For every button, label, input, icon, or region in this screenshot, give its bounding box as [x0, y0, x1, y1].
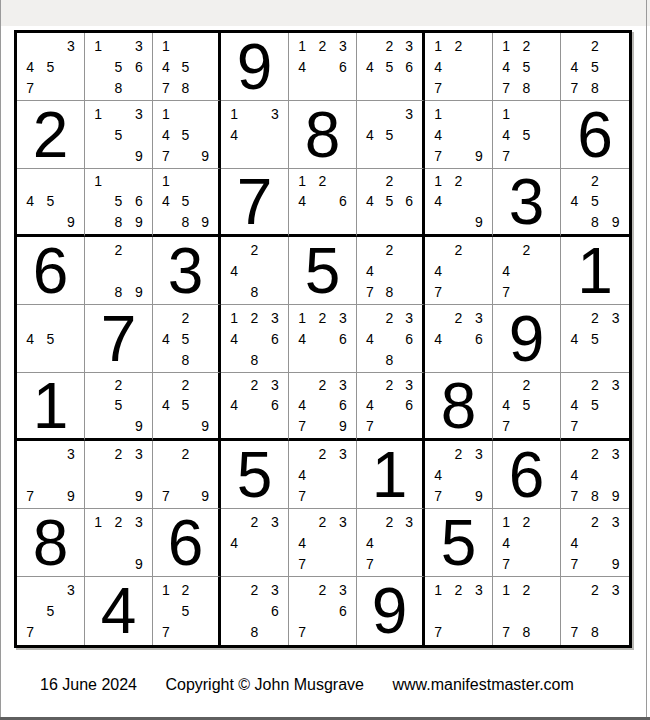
- cell-r6c9: 23457: [561, 373, 629, 441]
- cell-r6c2: 259: [85, 373, 153, 441]
- cell-r6c5: 234679: [289, 373, 357, 441]
- pencil-marks: 23479: [425, 441, 492, 508]
- cell-r5c1: 45: [17, 305, 85, 373]
- pencil-marks: 259: [85, 373, 152, 438]
- cell-r6c7: 8: [425, 373, 493, 441]
- cell-r1c7: 1247: [425, 33, 493, 101]
- pencil-marks: 2346: [425, 305, 492, 372]
- cell-r4c4: 248: [221, 237, 289, 305]
- pencil-marks: 2457: [493, 373, 560, 438]
- pencil-marks: 134: [221, 101, 288, 168]
- cell-r1c1: 3457: [17, 33, 85, 101]
- cell-r5c9: 2345: [561, 305, 629, 373]
- page-top-margin: [0, 0, 650, 26]
- cell-r5c4: 123468: [221, 305, 289, 373]
- cell-r8c7: 5: [425, 509, 493, 577]
- cell-r4c6: 2478: [357, 237, 425, 305]
- pencil-marks: 2347: [357, 509, 422, 576]
- cell-r2c2: 1359: [85, 101, 153, 169]
- solved-digit: 3: [493, 169, 560, 234]
- pencil-marks: 2345: [561, 305, 629, 372]
- pencil-marks: 379: [17, 441, 84, 508]
- solved-digit: 5: [289, 237, 356, 304]
- cell-r1c2: 13568: [85, 33, 153, 101]
- cell-r9c8: 1278: [493, 577, 561, 645]
- cell-r6c8: 2457: [493, 373, 561, 441]
- pencil-marks: 123468: [221, 305, 288, 372]
- pencil-marks: 23456: [357, 33, 422, 100]
- pencil-marks: 2478: [357, 237, 422, 304]
- solved-digit: 3: [153, 237, 218, 304]
- cell-r7c6: 1: [357, 441, 425, 509]
- cell-r4c5: 5: [289, 237, 357, 305]
- solved-digit: 5: [425, 509, 492, 576]
- cell-r3c5: 1246: [289, 169, 357, 237]
- pencil-marks: 13568: [85, 33, 152, 100]
- cell-r2c3: 14579: [153, 101, 221, 169]
- pencil-marks: 248: [221, 237, 288, 304]
- pencil-marks: 247: [425, 237, 492, 304]
- cell-r7c8: 6: [493, 441, 561, 509]
- pencil-marks: 345: [357, 101, 422, 168]
- pencil-marks: 2347: [289, 509, 356, 576]
- cell-r1c6: 23456: [357, 33, 425, 101]
- solved-digit: 5: [221, 441, 288, 508]
- cell-r8c8: 1247: [493, 509, 561, 577]
- pencil-marks: 124578: [493, 33, 560, 100]
- footer-date: 16 June 2024: [40, 676, 137, 693]
- sudoku-board: 3457135681457891234623456124712457824578…: [14, 30, 632, 648]
- page-left-edge: [0, 0, 1, 720]
- pencil-marks: 2456: [357, 169, 422, 234]
- cell-r6c3: 2459: [153, 373, 221, 441]
- pencil-marks: 1246: [289, 169, 356, 234]
- pencil-marks: 357: [17, 577, 84, 645]
- solved-digit: 9: [493, 305, 560, 372]
- pencil-marks: 2367: [289, 577, 356, 645]
- cell-r9c9: 2378: [561, 577, 629, 645]
- cell-r2c4: 134: [221, 101, 289, 169]
- pencil-marks: 2458: [153, 305, 218, 372]
- pencil-marks: 234679: [289, 373, 356, 438]
- cell-r9c3: 1257: [153, 577, 221, 645]
- cell-r8c3: 6: [153, 509, 221, 577]
- footer-copyright: Copyright © John Musgrave: [165, 676, 364, 693]
- cell-r4c2: 289: [85, 237, 153, 305]
- pencil-marks: 1247: [493, 509, 560, 576]
- cell-r8c4: 234: [221, 509, 289, 577]
- solved-digit: 6: [493, 441, 560, 508]
- pencil-marks: 1278: [493, 577, 560, 645]
- cell-r9c5: 2367: [289, 577, 357, 645]
- cell-r9c6: 9: [357, 577, 425, 645]
- cell-r5c7: 2346: [425, 305, 493, 373]
- cell-r4c7: 247: [425, 237, 493, 305]
- pencil-marks: 289: [85, 237, 152, 304]
- cell-r7c2: 239: [85, 441, 153, 509]
- cell-r2c7: 1479: [425, 101, 493, 169]
- pencil-marks: 14589: [153, 169, 218, 234]
- solved-digit: 1: [561, 237, 629, 304]
- pencil-marks: 239: [85, 441, 152, 508]
- cell-r8c6: 2347: [357, 509, 425, 577]
- cell-r3c8: 3: [493, 169, 561, 237]
- pencil-marks: 279: [153, 441, 218, 508]
- pencil-marks: 14579: [153, 101, 218, 168]
- pencil-marks: 2459: [153, 373, 218, 438]
- cell-r7c7: 23479: [425, 441, 493, 509]
- cell-r2c6: 345: [357, 101, 425, 169]
- solved-digit: 2: [17, 101, 84, 168]
- cell-r7c5: 2347: [289, 441, 357, 509]
- cell-r3c4: 7: [221, 169, 289, 237]
- solved-digit: 9: [221, 33, 288, 100]
- cell-r2c8: 1457: [493, 101, 561, 169]
- cell-r8c5: 2347: [289, 509, 357, 577]
- pencil-marks: 24578: [561, 33, 629, 100]
- pencil-marks: 23468: [357, 305, 422, 372]
- cell-r7c3: 279: [153, 441, 221, 509]
- pencil-marks: 3457: [17, 33, 84, 100]
- pencil-marks: 24589: [561, 169, 629, 234]
- pencil-marks: 2368: [221, 577, 288, 645]
- cell-r9c1: 357: [17, 577, 85, 645]
- pencil-marks: 15689: [85, 169, 152, 234]
- cell-r8c9: 23479: [561, 509, 629, 577]
- pencil-marks: 234789: [561, 441, 629, 508]
- cell-r5c6: 23468: [357, 305, 425, 373]
- cell-r2c5: 8: [289, 101, 357, 169]
- solved-digit: 6: [153, 509, 218, 576]
- cell-r8c2: 1239: [85, 509, 153, 577]
- cell-r5c8: 9: [493, 305, 561, 373]
- pencil-marks: 1359: [85, 101, 152, 168]
- cell-r3c3: 14589: [153, 169, 221, 237]
- pencil-marks: 1457: [493, 101, 560, 168]
- cell-r3c2: 15689: [85, 169, 153, 237]
- pencil-marks: 1479: [425, 101, 492, 168]
- solved-digit: 9: [357, 577, 422, 645]
- page-right-edge: [646, 0, 647, 720]
- solved-digit: 4: [85, 577, 152, 645]
- pencil-marks: 2347: [289, 441, 356, 508]
- solved-digit: 1: [17, 373, 84, 438]
- cell-r2c1: 2: [17, 101, 85, 169]
- pencil-marks: 459: [17, 169, 84, 234]
- footer: 16 June 2024 Copyright © John Musgrave w…: [40, 676, 574, 694]
- pencil-marks: 247: [493, 237, 560, 304]
- cell-r1c9: 24578: [561, 33, 629, 101]
- cell-r1c4: 9: [221, 33, 289, 101]
- solved-digit: 1: [357, 441, 422, 508]
- cell-r9c7: 1237: [425, 577, 493, 645]
- cell-r9c2: 4: [85, 577, 153, 645]
- cell-r1c3: 14578: [153, 33, 221, 101]
- pencil-marks: 23467: [357, 373, 422, 438]
- cell-r4c9: 1: [561, 237, 629, 305]
- pencil-marks: 12346: [289, 33, 356, 100]
- pencil-marks: 234: [221, 509, 288, 576]
- solved-digit: 7: [85, 305, 152, 372]
- pencil-marks: 1247: [425, 33, 492, 100]
- cell-r8c1: 8: [17, 509, 85, 577]
- pencil-marks: 1237: [425, 577, 492, 645]
- pencil-marks: 12346: [289, 305, 356, 372]
- cell-r3c1: 459: [17, 169, 85, 237]
- cell-r3c9: 24589: [561, 169, 629, 237]
- cell-r6c4: 2346: [221, 373, 289, 441]
- cell-r6c6: 23467: [357, 373, 425, 441]
- solved-digit: 8: [289, 101, 356, 168]
- cell-r2c9: 6: [561, 101, 629, 169]
- cell-r5c3: 2458: [153, 305, 221, 373]
- cell-r6c1: 1: [17, 373, 85, 441]
- pencil-marks: 1249: [425, 169, 492, 234]
- pencil-marks: 23457: [561, 373, 629, 438]
- cell-r3c6: 2456: [357, 169, 425, 237]
- pencil-marks: 45: [17, 305, 84, 372]
- pencil-marks: 1239: [85, 509, 152, 576]
- pencil-marks: 2346: [221, 373, 288, 438]
- pencil-marks: 23479: [561, 509, 629, 576]
- footer-website: www.manifestmaster.com: [392, 676, 573, 693]
- solved-digit: 6: [561, 101, 629, 168]
- cell-r7c4: 5: [221, 441, 289, 509]
- cell-r7c1: 379: [17, 441, 85, 509]
- cell-r1c8: 124578: [493, 33, 561, 101]
- solved-digit: 6: [17, 237, 84, 304]
- pencil-marks: 1257: [153, 577, 218, 645]
- cell-r4c3: 3: [153, 237, 221, 305]
- cell-r3c7: 1249: [425, 169, 493, 237]
- cell-r4c1: 6: [17, 237, 85, 305]
- pencil-marks: 14578: [153, 33, 218, 100]
- pencil-marks: 2378: [561, 577, 629, 645]
- solved-digit: 8: [425, 373, 492, 438]
- cell-r5c2: 7: [85, 305, 153, 373]
- cell-r7c9: 234789: [561, 441, 629, 509]
- document-page: 3457135681457891234623456124712457824578…: [0, 0, 650, 720]
- cell-r5c5: 12346: [289, 305, 357, 373]
- cell-r1c5: 12346: [289, 33, 357, 101]
- solved-digit: 8: [17, 509, 84, 576]
- solved-digit: 7: [221, 169, 288, 234]
- cell-r4c8: 247: [493, 237, 561, 305]
- cell-r9c4: 2368: [221, 577, 289, 645]
